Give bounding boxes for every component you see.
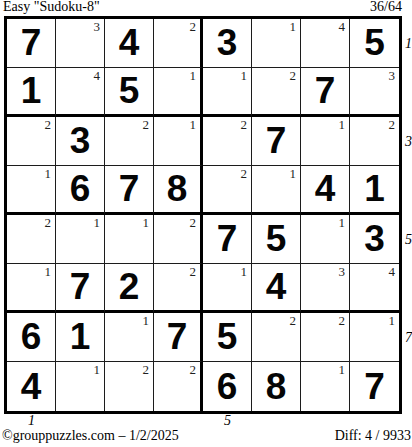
- cell-value: 4: [105, 19, 153, 67]
- cell-value: 1: [56, 313, 104, 361]
- cell-r2c7[interactable]: 7: [301, 68, 350, 117]
- cell-value: 6: [203, 362, 251, 411]
- cell-r2c6[interactable]: 2: [252, 68, 301, 117]
- cell-value: 6: [56, 166, 104, 212]
- cell-r2c4[interactable]: 1: [154, 68, 203, 117]
- cell-value: [301, 215, 349, 263]
- cell-r1c4[interactable]: 2: [154, 19, 203, 68]
- cell-value: [301, 264, 349, 310]
- cell-r5c1[interactable]: 2: [7, 215, 56, 264]
- cell-value: 7: [105, 166, 153, 212]
- cell-r8c7[interactable]: 1: [301, 362, 350, 411]
- cell-r4c8[interactable]: 1: [350, 166, 399, 215]
- cell-value: [252, 19, 300, 67]
- cell-value: [252, 313, 300, 361]
- cell-r1c1[interactable]: 7: [7, 19, 56, 68]
- cell-value: 8: [252, 362, 300, 411]
- cell-value: [203, 117, 251, 165]
- cell-r6c7[interactable]: 3: [301, 264, 350, 313]
- cell-r2c2[interactable]: 4: [56, 68, 105, 117]
- cell-r4c6[interactable]: 1: [252, 166, 301, 215]
- cell-r8c1[interactable]: 4: [7, 362, 56, 411]
- cell-r3c4[interactable]: 1: [154, 117, 203, 166]
- cell-r8c2[interactable]: 1: [56, 362, 105, 411]
- cell-value: 6: [7, 313, 55, 361]
- cell-value: 4: [252, 264, 300, 310]
- cell-r2c1[interactable]: 1: [7, 68, 56, 117]
- cell-value: [301, 117, 349, 165]
- cell-r7c3[interactable]: 1: [105, 313, 154, 362]
- cell-value: 7: [56, 264, 104, 310]
- cell-value: [301, 362, 349, 411]
- cell-value: [56, 68, 104, 114]
- cell-value: 1: [350, 166, 399, 212]
- cell-r8c4[interactable]: 2: [154, 362, 203, 411]
- cell-r6c2[interactable]: 7: [56, 264, 105, 313]
- cell-value: [203, 264, 251, 310]
- cell-r8c5[interactable]: 6: [203, 362, 252, 411]
- cell-r8c3[interactable]: 2: [105, 362, 154, 411]
- copyright-text: ©grouppuzzles.com – 1/2/2025: [2, 428, 179, 444]
- cell-r6c4[interactable]: 2: [154, 264, 203, 313]
- cell-value: [203, 68, 251, 114]
- cell-value: [350, 68, 399, 114]
- cell-r4c1[interactable]: 1: [7, 166, 56, 215]
- cell-value: [252, 166, 300, 212]
- row-label-1: 1: [405, 19, 412, 68]
- row-label-7: 7: [405, 313, 412, 362]
- cell-r3c3[interactable]: 2: [105, 117, 154, 166]
- sudoku-grid: 7342314514511273232127121678214121127513…: [4, 16, 402, 414]
- cell-value: 7: [301, 68, 349, 114]
- cell-r1c6[interactable]: 1: [252, 19, 301, 68]
- cell-value: 1: [7, 68, 55, 114]
- cell-value: [203, 166, 251, 212]
- cell-value: [56, 19, 104, 67]
- cell-value: [350, 313, 399, 361]
- col-label-5: 5: [203, 413, 252, 428]
- cell-value: [105, 117, 153, 165]
- cell-value: [350, 117, 399, 165]
- cell-r5c5[interactable]: 7: [203, 215, 252, 264]
- cell-r2c5[interactable]: 1: [203, 68, 252, 117]
- cell-value: [7, 117, 55, 165]
- cell-r6c5[interactable]: 1: [203, 264, 252, 313]
- cell-value: 2: [105, 264, 153, 310]
- cell-value: 4: [301, 166, 349, 212]
- cell-r3c7[interactable]: 1: [301, 117, 350, 166]
- cell-value: 3: [203, 19, 251, 67]
- cell-value: [154, 362, 200, 411]
- cell-counter: 36/64: [370, 0, 402, 15]
- cell-r3c1[interactable]: 2: [7, 117, 56, 166]
- cell-value: [56, 215, 104, 263]
- cell-value: 7: [252, 117, 300, 165]
- cell-r6c3[interactable]: 2: [105, 264, 154, 313]
- cell-value: [7, 264, 55, 310]
- col-label-1: 1: [7, 413, 56, 428]
- cell-r6c6[interactable]: 4: [252, 264, 301, 313]
- cell-r7c2[interactable]: 1: [56, 313, 105, 362]
- cell-value: 5: [105, 68, 153, 114]
- cell-value: [301, 313, 349, 361]
- cell-r5c2[interactable]: 1: [56, 215, 105, 264]
- cell-value: 7: [203, 215, 251, 263]
- cell-r1c5[interactable]: 3: [203, 19, 252, 68]
- cell-value: 5: [203, 313, 251, 361]
- cell-r2c3[interactable]: 5: [105, 68, 154, 117]
- cell-r4c7[interactable]: 4: [301, 166, 350, 215]
- cell-value: 4: [7, 362, 55, 411]
- row-label-3: 3: [405, 117, 412, 166]
- cell-r4c5[interactable]: 2: [203, 166, 252, 215]
- cell-value: [154, 215, 200, 263]
- cell-r7c7[interactable]: 2: [301, 313, 350, 362]
- cell-r3c5[interactable]: 2: [203, 117, 252, 166]
- cell-r3c2[interactable]: 3: [56, 117, 105, 166]
- row-label-5: 5: [405, 215, 412, 264]
- puzzle-title: Easy "Sudoku-8": [3, 0, 100, 15]
- cell-r1c2[interactable]: 3: [56, 19, 105, 68]
- cell-value: 7: [7, 19, 55, 67]
- cell-r4c2[interactable]: 6: [56, 166, 105, 215]
- cell-value: [105, 362, 153, 411]
- cell-value: [105, 313, 153, 361]
- cell-value: 5: [252, 215, 300, 263]
- cell-r1c3[interactable]: 4: [105, 19, 154, 68]
- cell-value: [154, 117, 200, 165]
- cell-value: [154, 68, 200, 114]
- cell-r3c6[interactable]: 7: [252, 117, 301, 166]
- cell-r8c8[interactable]: 7: [350, 362, 399, 411]
- cell-value: [350, 264, 399, 310]
- cell-r7c4[interactable]: 7: [154, 313, 203, 362]
- cell-r6c8[interactable]: 4: [350, 264, 399, 313]
- cell-value: [252, 68, 300, 114]
- cell-r5c4[interactable]: 2: [154, 215, 203, 264]
- cell-r6c1[interactable]: 1: [7, 264, 56, 313]
- cell-value: [56, 362, 104, 411]
- cell-r7c5[interactable]: 5: [203, 313, 252, 362]
- cell-value: 3: [350, 215, 399, 263]
- cell-value: [301, 19, 349, 67]
- cell-r3c8[interactable]: 2: [350, 117, 399, 166]
- cell-value: [105, 215, 153, 263]
- cell-value: 3: [56, 117, 104, 165]
- cell-r5c8[interactable]: 3: [350, 215, 399, 264]
- cell-value: [7, 166, 55, 212]
- cell-r1c8[interactable]: 5: [350, 19, 399, 68]
- cell-r4c3[interactable]: 7: [105, 166, 154, 215]
- cell-r5c6[interactable]: 5: [252, 215, 301, 264]
- cell-r1c7[interactable]: 4: [301, 19, 350, 68]
- cell-value: [154, 264, 200, 310]
- cell-r8c6[interactable]: 8: [252, 362, 301, 411]
- difficulty-text: Diff: 4 / 9933: [335, 428, 411, 444]
- cell-value: 8: [154, 166, 200, 212]
- cell-r5c3[interactable]: 1: [105, 215, 154, 264]
- cell-r5c7[interactable]: 1: [301, 215, 350, 264]
- cell-value: [7, 215, 55, 263]
- cell-r7c1[interactable]: 6: [7, 313, 56, 362]
- cell-value: [154, 19, 200, 67]
- cell-value: 5: [350, 19, 399, 67]
- cell-r7c6[interactable]: 2: [252, 313, 301, 362]
- cell-value: 7: [350, 362, 399, 411]
- cell-value: 7: [154, 313, 200, 361]
- cell-r7c8[interactable]: 1: [350, 313, 399, 362]
- cell-r4c4[interactable]: 8: [154, 166, 203, 215]
- cell-r2c8[interactable]: 3: [350, 68, 399, 117]
